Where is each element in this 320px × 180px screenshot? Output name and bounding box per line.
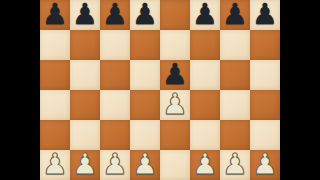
white-pawn: ♟ xyxy=(162,89,188,119)
square-e4[interactable]: ♟ xyxy=(160,90,190,120)
square-e3[interactable] xyxy=(160,120,190,150)
black-pawn: ♟ xyxy=(162,59,188,89)
square-c2[interactable]: ♟ xyxy=(100,150,130,180)
black-pawn: ♟ xyxy=(72,0,98,29)
square-b2[interactable]: ♟ xyxy=(70,150,100,180)
square-a5[interactable] xyxy=(40,60,70,90)
square-b4[interactable] xyxy=(70,90,100,120)
square-h2[interactable]: ♟ xyxy=(250,150,280,180)
chess-board: ♟♟♟♟♟♟♟♟♟♟♟♟♟♟♟♟ xyxy=(40,0,280,180)
black-pawn: ♟ xyxy=(192,0,218,29)
square-d6[interactable] xyxy=(130,30,160,60)
square-g4[interactable] xyxy=(220,90,250,120)
square-h6[interactable] xyxy=(250,30,280,60)
square-c4[interactable] xyxy=(100,90,130,120)
square-d4[interactable] xyxy=(130,90,160,120)
square-a3[interactable] xyxy=(40,120,70,150)
square-e7[interactable] xyxy=(160,0,190,30)
square-h7[interactable]: ♟ xyxy=(250,0,280,30)
black-pawn: ♟ xyxy=(102,0,128,29)
square-a2[interactable]: ♟ xyxy=(40,150,70,180)
square-c5[interactable] xyxy=(100,60,130,90)
square-f2[interactable]: ♟ xyxy=(190,150,220,180)
square-h3[interactable] xyxy=(250,120,280,150)
square-d3[interactable] xyxy=(130,120,160,150)
square-f4[interactable] xyxy=(190,90,220,120)
square-g7[interactable]: ♟ xyxy=(220,0,250,30)
square-h5[interactable] xyxy=(250,60,280,90)
square-f5[interactable] xyxy=(190,60,220,90)
white-pawn: ♟ xyxy=(192,149,218,179)
white-pawn: ♟ xyxy=(222,149,248,179)
white-pawn: ♟ xyxy=(132,149,158,179)
square-b6[interactable] xyxy=(70,30,100,60)
square-a7[interactable]: ♟ xyxy=(40,0,70,30)
square-f6[interactable] xyxy=(190,30,220,60)
white-pawn: ♟ xyxy=(252,149,278,179)
white-pawn: ♟ xyxy=(72,149,98,179)
square-f7[interactable]: ♟ xyxy=(190,0,220,30)
square-b7[interactable]: ♟ xyxy=(70,0,100,30)
square-e5[interactable]: ♟ xyxy=(160,60,190,90)
square-c6[interactable] xyxy=(100,30,130,60)
square-b3[interactable] xyxy=(70,120,100,150)
square-a4[interactable] xyxy=(40,90,70,120)
square-h4[interactable] xyxy=(250,90,280,120)
square-e6[interactable] xyxy=(160,30,190,60)
black-pawn: ♟ xyxy=(42,0,68,29)
video-frame: ♟♟♟♟♟♟♟♟♟♟♟♟♟♟♟♟ xyxy=(0,0,320,180)
letterbox-right xyxy=(280,0,320,180)
white-pawn: ♟ xyxy=(42,149,68,179)
square-g5[interactable] xyxy=(220,60,250,90)
square-d7[interactable]: ♟ xyxy=(130,0,160,30)
square-g3[interactable] xyxy=(220,120,250,150)
letterbox-left xyxy=(0,0,40,180)
square-c3[interactable] xyxy=(100,120,130,150)
black-pawn: ♟ xyxy=(222,0,248,29)
square-a6[interactable] xyxy=(40,30,70,60)
white-pawn: ♟ xyxy=(102,149,128,179)
square-f3[interactable] xyxy=(190,120,220,150)
square-c7[interactable]: ♟ xyxy=(100,0,130,30)
square-d5[interactable] xyxy=(130,60,160,90)
square-g6[interactable] xyxy=(220,30,250,60)
black-pawn: ♟ xyxy=(132,0,158,29)
square-g2[interactable]: ♟ xyxy=(220,150,250,180)
square-e2[interactable] xyxy=(160,150,190,180)
square-b5[interactable] xyxy=(70,60,100,90)
black-pawn: ♟ xyxy=(252,0,278,29)
square-d2[interactable]: ♟ xyxy=(130,150,160,180)
